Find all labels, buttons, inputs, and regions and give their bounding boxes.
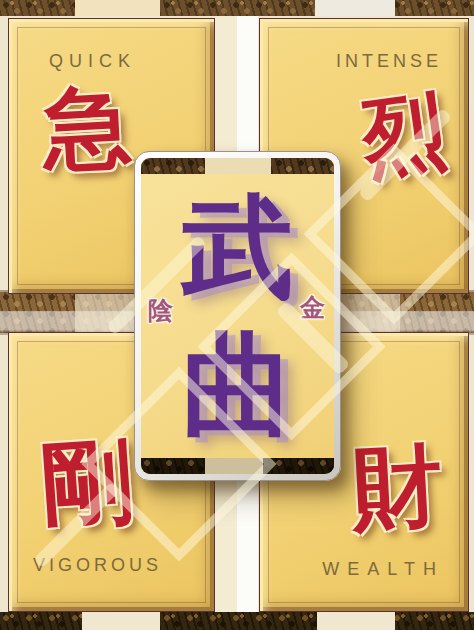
card-spread-image: QUICK 急 INTENSE 烈 剛 VIGOROUS 財 WEALTH 武 … xyxy=(0,0,474,630)
hanzi-vigorous: 剛 xyxy=(38,434,136,532)
hanzi-wealth: 財 xyxy=(350,439,445,534)
center-card-face: 武 曲 陰 金 xyxy=(141,158,334,474)
ornate-band-card-bottom xyxy=(141,458,334,474)
star-char-qu: 曲 xyxy=(182,316,294,454)
ornate-border-bottom xyxy=(0,612,474,630)
polarity-char-yin: 陰 xyxy=(148,298,173,323)
ornate-border-top xyxy=(0,0,474,16)
star-char-wu: 武 xyxy=(182,178,294,316)
border-gap xyxy=(75,0,160,16)
card-label-intense: INTENSE xyxy=(336,51,442,72)
hanzi-intense: 烈 xyxy=(357,88,452,183)
element-char-metal: 金 xyxy=(300,295,325,320)
card-label-vigorous: VIGOROUS xyxy=(33,555,162,576)
card-label-wealth: WEALTH xyxy=(322,559,444,580)
hanzi-quick: 急 xyxy=(41,81,133,173)
border-gap xyxy=(317,612,395,630)
border-gap xyxy=(82,612,160,630)
band-gap xyxy=(205,458,263,474)
card-label-quick: QUICK xyxy=(49,51,136,72)
border-gap xyxy=(315,0,395,16)
center-star-card: 武 曲 陰 金 xyxy=(134,151,341,481)
